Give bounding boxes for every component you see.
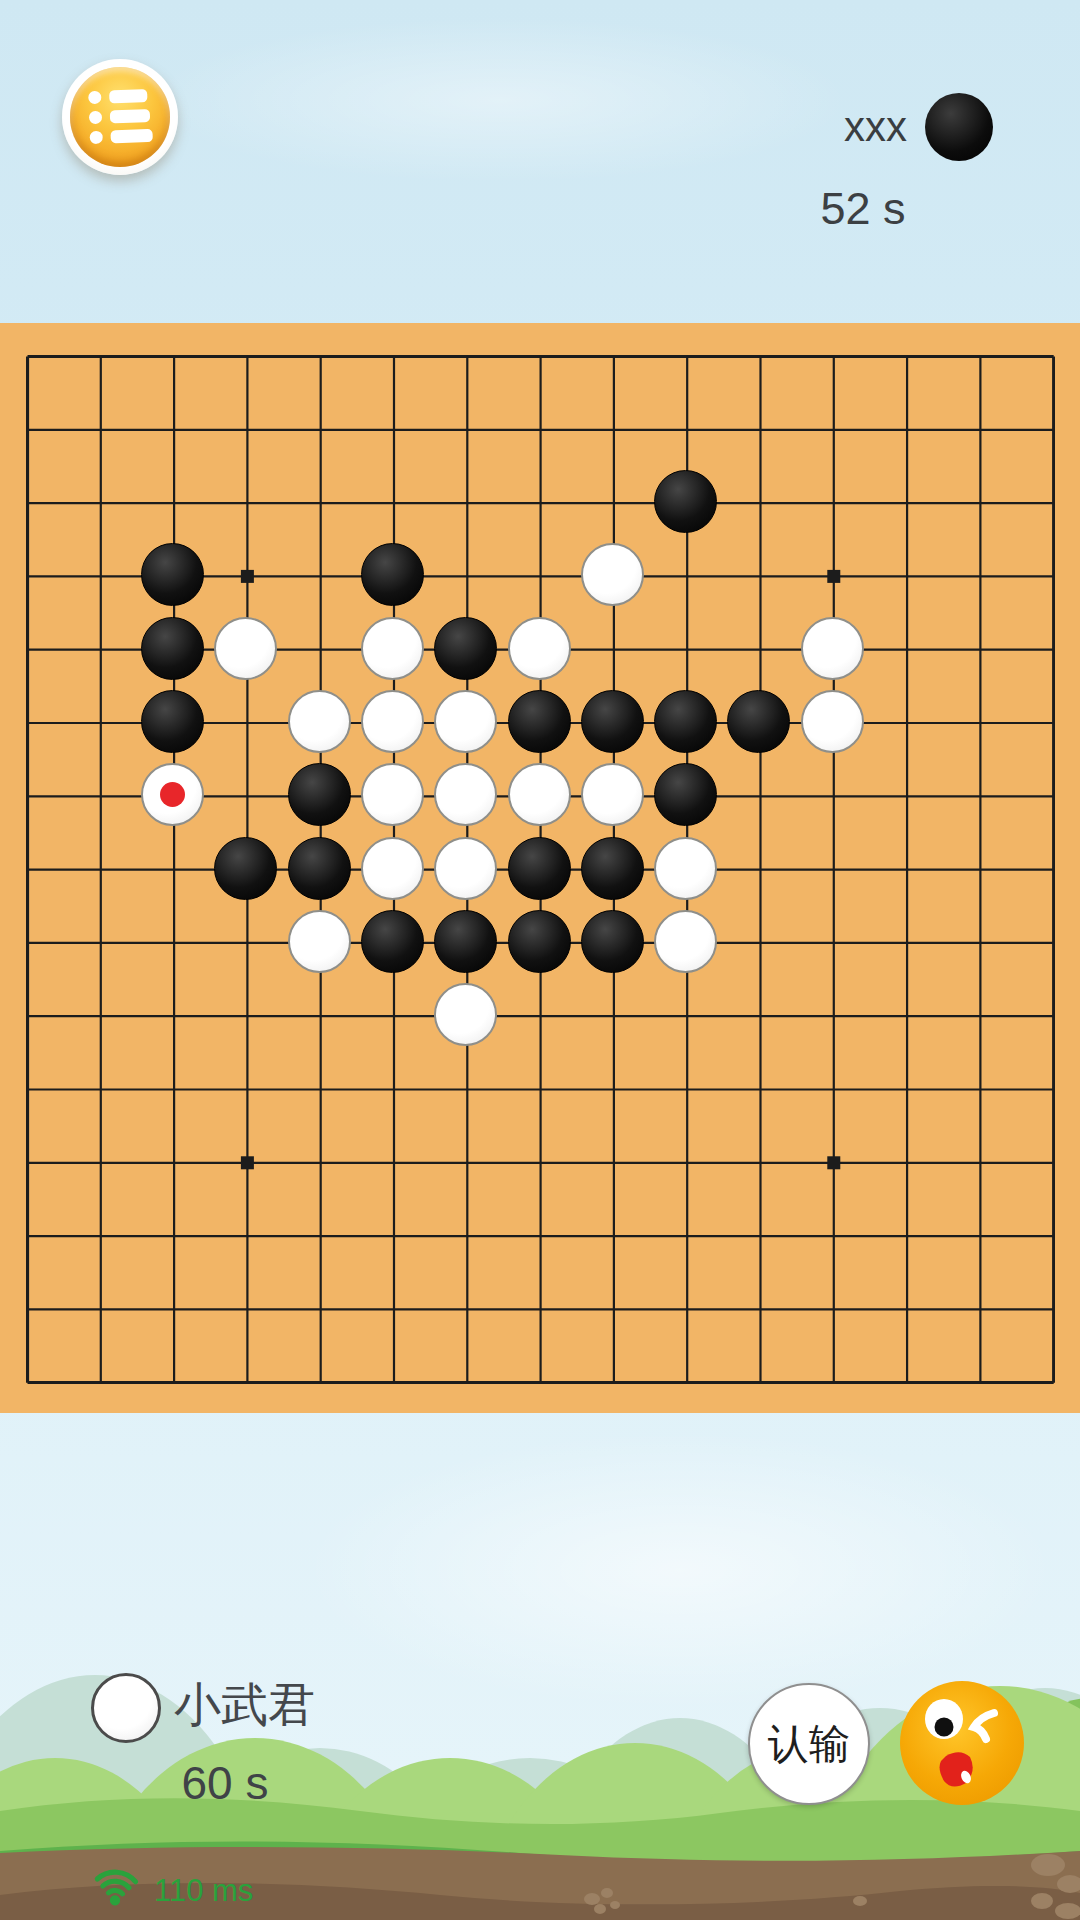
board-point[interactable]	[429, 1271, 502, 1344]
board-point[interactable]	[649, 538, 722, 611]
board-point[interactable]	[942, 612, 1015, 685]
board-point[interactable]	[796, 538, 869, 611]
board-point[interactable]	[796, 612, 869, 685]
board-point[interactable]	[1016, 392, 1080, 465]
board-point[interactable]	[209, 465, 282, 538]
board-point[interactable]	[649, 612, 722, 685]
stone-white	[801, 617, 864, 680]
board-point[interactable]	[136, 1198, 209, 1271]
board-point[interactable]	[869, 1271, 942, 1344]
board-point[interactable]	[869, 1125, 942, 1198]
board-point[interactable]	[502, 905, 575, 978]
board-point[interactable]	[0, 905, 63, 978]
board-point[interactable]	[576, 978, 649, 1051]
board-point[interactable]	[136, 1051, 209, 1124]
board-point[interactable]	[1016, 1271, 1080, 1344]
stone-black	[434, 910, 497, 973]
board-point[interactable]	[63, 685, 136, 758]
board-point[interactable]	[429, 465, 502, 538]
board-point[interactable]	[356, 465, 429, 538]
board-point[interactable]	[209, 392, 282, 465]
board-point[interactable]	[136, 978, 209, 1051]
board-point[interactable]	[63, 392, 136, 465]
board-point[interactable]	[796, 1198, 869, 1271]
board-point[interactable]	[63, 465, 136, 538]
board-point[interactable]	[576, 685, 649, 758]
board-point[interactable]	[209, 905, 282, 978]
stone-black	[141, 617, 204, 680]
board-point[interactable]	[283, 905, 356, 978]
board-point[interactable]	[942, 685, 1015, 758]
board-point[interactable]	[0, 1051, 63, 1124]
board-point[interactable]	[283, 612, 356, 685]
stone-white	[654, 837, 717, 900]
board-point[interactable]	[942, 538, 1015, 611]
player-black-name: xxx	[844, 103, 907, 151]
board-point[interactable]	[649, 905, 722, 978]
board-point[interactable]	[796, 392, 869, 465]
board-point[interactable]	[429, 1198, 502, 1271]
board-point[interactable]	[502, 538, 575, 611]
board-point[interactable]	[0, 1198, 63, 1271]
board-point[interactable]	[942, 1198, 1015, 1271]
stone-black	[141, 543, 204, 606]
player-white-name: 小武君	[174, 1678, 315, 1732]
stone-black	[361, 543, 424, 606]
board-point[interactable]	[209, 758, 282, 831]
board-point[interactable]	[576, 465, 649, 538]
board-point[interactable]	[722, 612, 795, 685]
landscape-scenery	[0, 1413, 1080, 1920]
board-point[interactable]	[722, 1051, 795, 1124]
board-point[interactable]	[209, 1271, 282, 1344]
board-point[interactable]	[649, 685, 722, 758]
board-point[interactable]	[942, 831, 1015, 904]
board-point[interactable]	[869, 612, 942, 685]
board-point[interactable]	[209, 1345, 282, 1418]
board-point[interactable]	[869, 318, 942, 391]
board-point[interactable]	[942, 1271, 1015, 1344]
board-point[interactable]	[63, 905, 136, 978]
board-point[interactable]	[429, 758, 502, 831]
board-point[interactable]	[502, 1051, 575, 1124]
board-point[interactable]	[1016, 1125, 1080, 1198]
board-point[interactable]	[649, 1271, 722, 1344]
board-point[interactable]	[576, 758, 649, 831]
board-point[interactable]	[429, 1345, 502, 1418]
board-point[interactable]	[63, 831, 136, 904]
board-point[interactable]	[576, 538, 649, 611]
board-point[interactable]	[63, 318, 136, 391]
board-point[interactable]	[502, 612, 575, 685]
stone-white	[508, 617, 571, 680]
board-point[interactable]	[1016, 978, 1080, 1051]
board-point[interactable]	[649, 1345, 722, 1418]
board-point[interactable]	[356, 1125, 429, 1198]
board-point[interactable]	[649, 978, 722, 1051]
board-point[interactable]	[283, 978, 356, 1051]
player-black-timer: 52 s	[813, 183, 913, 235]
board-point[interactable]	[429, 612, 502, 685]
board-point[interactable]	[356, 1345, 429, 1418]
board-point[interactable]	[869, 1051, 942, 1124]
board-point[interactable]	[722, 465, 795, 538]
board-point[interactable]	[796, 318, 869, 391]
board-point[interactable]	[722, 685, 795, 758]
game-screen: xxx 52 s	[0, 0, 1080, 1920]
stone-black	[214, 837, 277, 900]
stone-white	[361, 617, 424, 680]
stone-white	[361, 763, 424, 826]
stone-black	[508, 837, 571, 900]
board-point[interactable]	[796, 685, 869, 758]
stone-black	[508, 690, 571, 753]
board-point[interactable]	[136, 685, 209, 758]
board-point[interactable]	[502, 465, 575, 538]
board-point[interactable]	[722, 1345, 795, 1418]
board-point[interactable]	[576, 392, 649, 465]
board-point[interactable]	[356, 1198, 429, 1271]
ping-label: 110 ms	[154, 1874, 253, 1908]
board-point[interactable]	[283, 1198, 356, 1271]
board-point[interactable]	[942, 465, 1015, 538]
resign-button[interactable]: 认输	[748, 1683, 870, 1805]
board-point[interactable]	[1016, 1051, 1080, 1124]
board-point[interactable]	[576, 318, 649, 391]
emoji-button[interactable]	[900, 1681, 1024, 1805]
board-point[interactable]	[283, 318, 356, 391]
stone-black	[361, 910, 424, 973]
board-point[interactable]	[796, 1271, 869, 1344]
board-point[interactable]	[356, 538, 429, 611]
board-point[interactable]	[429, 1125, 502, 1198]
stones-layer	[0, 318, 1080, 1417]
board-point[interactable]	[136, 1125, 209, 1198]
board-point[interactable]	[136, 905, 209, 978]
board-point[interactable]	[283, 1271, 356, 1344]
board-point[interactable]	[649, 318, 722, 391]
board-point[interactable]	[356, 1271, 429, 1344]
black-stone-avatar	[925, 93, 993, 161]
stone-white	[434, 690, 497, 753]
board-point[interactable]	[1016, 465, 1080, 538]
stone-white	[288, 910, 351, 973]
board-point[interactable]	[869, 1345, 942, 1418]
board-point[interactable]	[209, 1125, 282, 1198]
stone-white	[288, 690, 351, 753]
board-point[interactable]	[576, 831, 649, 904]
board-point[interactable]	[796, 758, 869, 831]
board-point[interactable]	[136, 392, 209, 465]
board-point[interactable]	[63, 1125, 136, 1198]
stone-black	[288, 763, 351, 826]
board-point[interactable]	[722, 318, 795, 391]
stone-white	[141, 763, 204, 826]
stone-white	[801, 690, 864, 753]
board-point[interactable]	[1016, 905, 1080, 978]
board-point[interactable]	[942, 978, 1015, 1051]
board-point[interactable]	[796, 1125, 869, 1198]
board-point[interactable]	[576, 1271, 649, 1344]
board-point[interactable]	[869, 758, 942, 831]
board-point[interactable]	[722, 1125, 795, 1198]
board-point[interactable]	[869, 538, 942, 611]
board-point[interactable]	[283, 1345, 356, 1418]
board-point[interactable]	[796, 831, 869, 904]
board-point[interactable]	[0, 612, 63, 685]
board-point[interactable]	[649, 392, 722, 465]
board-point[interactable]	[502, 758, 575, 831]
stone-black	[581, 910, 644, 973]
board-point[interactable]	[429, 538, 502, 611]
board-point[interactable]	[209, 1051, 282, 1124]
stone-black	[581, 837, 644, 900]
board-point[interactable]	[649, 1198, 722, 1271]
board-point[interactable]	[0, 1345, 63, 1418]
board-point[interactable]	[429, 1051, 502, 1124]
board-point[interactable]	[576, 1125, 649, 1198]
board-point[interactable]	[649, 831, 722, 904]
board-point[interactable]	[869, 978, 942, 1051]
last-move-marker	[160, 782, 185, 807]
board-point[interactable]	[1016, 318, 1080, 391]
board-point[interactable]	[136, 1345, 209, 1418]
board-point[interactable]	[0, 758, 63, 831]
board-point[interactable]	[869, 831, 942, 904]
list-menu-icon	[88, 89, 154, 145]
board-point[interactable]	[136, 612, 209, 685]
stone-white	[581, 543, 644, 606]
board-point[interactable]	[942, 758, 1015, 831]
board-point[interactable]	[356, 1051, 429, 1124]
board-point[interactable]	[1016, 1198, 1080, 1271]
board-point[interactable]	[502, 318, 575, 391]
board-point[interactable]	[136, 758, 209, 831]
board-point[interactable]	[502, 1125, 575, 1198]
menu-button[interactable]	[62, 59, 178, 175]
board-point[interactable]	[429, 978, 502, 1051]
board-point[interactable]	[283, 465, 356, 538]
board-point[interactable]	[0, 1125, 63, 1198]
stone-black	[654, 763, 717, 826]
board-point[interactable]	[649, 1125, 722, 1198]
board-point[interactable]	[63, 538, 136, 611]
board-point[interactable]	[283, 758, 356, 831]
board-point[interactable]	[209, 978, 282, 1051]
player-white-timer: 60 s	[170, 1756, 280, 1810]
board-point[interactable]	[796, 978, 869, 1051]
stone-black	[727, 690, 790, 753]
board-point[interactable]	[869, 465, 942, 538]
board-point[interactable]	[576, 612, 649, 685]
board-point[interactable]	[502, 392, 575, 465]
board-point[interactable]	[209, 1198, 282, 1271]
board-point[interactable]	[209, 831, 282, 904]
stone-black	[434, 617, 497, 680]
board-point[interactable]	[136, 1271, 209, 1344]
stone-white	[434, 983, 497, 1046]
board-point[interactable]	[796, 465, 869, 538]
board-point[interactable]	[869, 685, 942, 758]
board-point[interactable]	[942, 1345, 1015, 1418]
board-point[interactable]	[356, 392, 429, 465]
board-point[interactable]	[869, 1198, 942, 1271]
board-point[interactable]	[283, 1051, 356, 1124]
board-point[interactable]	[0, 1271, 63, 1344]
board-point[interactable]	[356, 318, 429, 391]
board-point[interactable]	[429, 905, 502, 978]
board-point[interactable]	[356, 612, 429, 685]
stone-white	[361, 690, 424, 753]
board-point[interactable]	[722, 905, 795, 978]
board-point[interactable]	[283, 831, 356, 904]
board-point[interactable]	[356, 978, 429, 1051]
board-point[interactable]	[942, 1051, 1015, 1124]
board-point[interactable]	[722, 1271, 795, 1344]
stone-white	[581, 763, 644, 826]
board-point[interactable]	[942, 318, 1015, 391]
stone-black	[141, 690, 204, 753]
board-point[interactable]	[796, 1345, 869, 1418]
stone-white	[214, 617, 277, 680]
board-point[interactable]	[0, 685, 63, 758]
stone-white	[361, 837, 424, 900]
board-point[interactable]	[502, 1345, 575, 1418]
board-point[interactable]	[63, 1345, 136, 1418]
board-point[interactable]	[136, 318, 209, 391]
board-point[interactable]	[722, 831, 795, 904]
menu-button-face	[70, 67, 170, 167]
board-point[interactable]	[136, 831, 209, 904]
wifi-icon	[90, 1854, 149, 1910]
board-point[interactable]	[722, 538, 795, 611]
board-point[interactable]	[1016, 1345, 1080, 1418]
stone-white	[508, 763, 571, 826]
board-point[interactable]	[63, 758, 136, 831]
board-point[interactable]	[649, 465, 722, 538]
board-point[interactable]	[869, 392, 942, 465]
board-point[interactable]	[63, 1051, 136, 1124]
board-point[interactable]	[722, 392, 795, 465]
board-point[interactable]	[649, 758, 722, 831]
stone-black	[581, 690, 644, 753]
wink-emoji-face	[900, 1681, 1024, 1805]
board-point[interactable]	[136, 538, 209, 611]
board-point[interactable]	[0, 318, 63, 391]
stone-black	[508, 910, 571, 973]
board-point[interactable]	[429, 392, 502, 465]
board-point[interactable]	[283, 685, 356, 758]
board-point[interactable]	[722, 758, 795, 831]
board-point[interactable]	[0, 392, 63, 465]
board-point[interactable]	[502, 831, 575, 904]
white-stone-avatar	[91, 1673, 161, 1743]
board-point[interactable]	[283, 1125, 356, 1198]
board-point[interactable]	[356, 758, 429, 831]
board-point[interactable]	[942, 905, 1015, 978]
stone-white	[654, 910, 717, 973]
board-point[interactable]	[576, 1198, 649, 1271]
board-point[interactable]	[356, 831, 429, 904]
board-point[interactable]	[63, 612, 136, 685]
board-point[interactable]	[0, 465, 63, 538]
board-point[interactable]	[356, 905, 429, 978]
board-point[interactable]	[722, 1198, 795, 1271]
board-point[interactable]	[429, 318, 502, 391]
board-point[interactable]	[869, 905, 942, 978]
connection-status: 110 ms	[92, 1856, 253, 1908]
board-point[interactable]	[649, 1051, 722, 1124]
board-point[interactable]	[502, 1198, 575, 1271]
board-point[interactable]	[209, 685, 282, 758]
board-point[interactable]	[209, 318, 282, 391]
player-black-panel: xxx	[844, 93, 993, 161]
board-point[interactable]	[63, 1271, 136, 1344]
board-point[interactable]	[429, 685, 502, 758]
board-point[interactable]	[942, 1125, 1015, 1198]
board-point[interactable]	[796, 905, 869, 978]
board-point[interactable]	[722, 978, 795, 1051]
board-point[interactable]	[942, 392, 1015, 465]
board-point[interactable]	[283, 538, 356, 611]
board-point[interactable]	[136, 465, 209, 538]
board-point[interactable]	[1016, 538, 1080, 611]
board-point[interactable]	[429, 831, 502, 904]
game-board[interactable]	[0, 323, 1080, 1413]
board-point[interactable]	[0, 831, 63, 904]
board-point[interactable]	[502, 978, 575, 1051]
board-point[interactable]	[209, 612, 282, 685]
board-point[interactable]	[576, 905, 649, 978]
stone-white	[434, 837, 497, 900]
board-point[interactable]	[283, 392, 356, 465]
board-point[interactable]	[1016, 612, 1080, 685]
board-point[interactable]	[209, 538, 282, 611]
sky-cloud-wisp	[120, 10, 880, 190]
board-point[interactable]	[1016, 758, 1080, 831]
board-point[interactable]	[796, 1051, 869, 1124]
stone-white	[434, 763, 497, 826]
stone-black	[654, 690, 717, 753]
board-point[interactable]	[502, 685, 575, 758]
board-point[interactable]	[356, 685, 429, 758]
board-point[interactable]	[1016, 685, 1080, 758]
stone-black	[288, 837, 351, 900]
board-point[interactable]	[576, 1345, 649, 1418]
board-point[interactable]	[502, 1271, 575, 1344]
board-point[interactable]	[0, 978, 63, 1051]
board-point[interactable]	[63, 978, 136, 1051]
board-point[interactable]	[1016, 831, 1080, 904]
board-point[interactable]	[576, 1051, 649, 1124]
stone-black	[654, 470, 717, 533]
board-point[interactable]	[63, 1198, 136, 1271]
board-point[interactable]	[0, 538, 63, 611]
